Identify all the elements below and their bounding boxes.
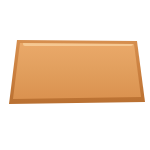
product-photo (0, 0, 150, 150)
mold-top-surface (9, 38, 145, 105)
rim-highlight (23, 42, 133, 46)
silicone-mold (9, 38, 145, 105)
